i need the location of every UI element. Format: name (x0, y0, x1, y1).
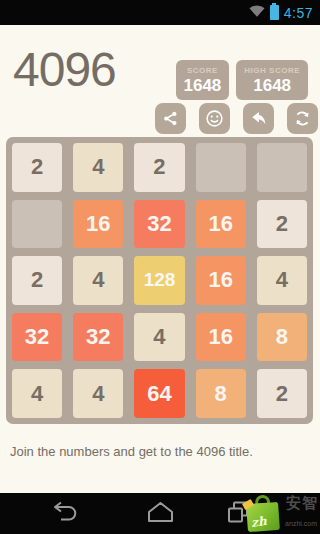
bag-zh-script: zh (250, 514, 267, 530)
empty-cell (196, 143, 246, 192)
status-bar: 4:57 (0, 0, 320, 25)
high-score-box: HIGH SCORE 1648 (236, 60, 308, 100)
wifi-icon (249, 4, 265, 22)
nav-back-button[interactable] (52, 501, 78, 527)
tile-4: 4 (257, 256, 307, 305)
tile-2: 2 (12, 143, 62, 192)
tile-2: 2 (257, 200, 307, 249)
score-value: 1648 (184, 76, 222, 96)
score-panel: SCORE 1648 HIGH SCORE 1648 (176, 60, 309, 100)
tile-4: 4 (73, 143, 123, 192)
undo-button[interactable] (243, 103, 274, 134)
tile-16: 16 (73, 200, 123, 249)
tile-4: 4 (12, 369, 62, 418)
nav-home-button[interactable] (147, 501, 174, 527)
footer-hint: Join the numbers and get to the 4096 tit… (10, 444, 253, 459)
tile-2: 2 (134, 143, 184, 192)
anzhi-watermark: zh 安智 anzhi.com (242, 490, 320, 534)
high-score-label: HIGH SCORE (244, 66, 300, 75)
battery-icon (270, 5, 279, 20)
tile-4: 4 (134, 313, 184, 362)
tile-64: 64 (134, 369, 184, 418)
smiley-icon (205, 109, 224, 128)
board[interactable]: 24216321622412816432324168446482 (6, 137, 313, 424)
empty-cell (12, 200, 62, 249)
android-nav-bar: zh 安智 anzhi.com (0, 493, 320, 534)
score-label: SCORE (184, 66, 222, 75)
toolbar (155, 103, 318, 134)
high-score-value: 1648 (244, 76, 300, 96)
watermark-name: 安智 (286, 494, 318, 513)
watermark-domain: anzhi.com (285, 520, 317, 527)
tile-16: 16 (196, 313, 246, 362)
tile-32: 32 (73, 313, 123, 362)
tile-8: 8 (196, 369, 246, 418)
tile-128: 128 (134, 256, 184, 305)
tile-2: 2 (257, 369, 307, 418)
tile-16: 16 (196, 200, 246, 249)
share-icon (162, 110, 179, 127)
mood-button[interactable] (199, 103, 230, 134)
status-clock: 4:57 (284, 5, 313, 21)
page-title: 4096 (13, 46, 116, 94)
restart-button[interactable] (287, 103, 318, 134)
empty-cell (257, 143, 307, 192)
tile-32: 32 (12, 313, 62, 362)
share-button[interactable] (155, 103, 186, 134)
tile-4: 4 (73, 369, 123, 418)
tile-8: 8 (257, 313, 307, 362)
tile-16: 16 (196, 256, 246, 305)
score-box: SCORE 1648 (176, 60, 230, 100)
tile-2: 2 (12, 256, 62, 305)
phone-screen: 4:57 4096 SCORE 1648 HIGH SCORE 1648 (0, 0, 320, 534)
tile-4: 4 (73, 256, 123, 305)
undo-arrow-icon (250, 110, 268, 128)
tile-32: 32 (134, 200, 184, 249)
refresh-icon (293, 109, 312, 128)
